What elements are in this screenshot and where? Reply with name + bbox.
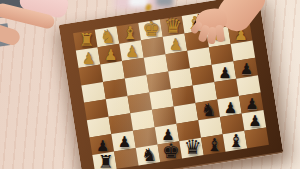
black-pawn[interactable]: ♟ <box>224 100 237 115</box>
white-pawn[interactable]: ♟ <box>126 45 139 60</box>
black-pawn[interactable]: ♟ <box>248 114 261 129</box>
black-pawn[interactable]: ♟ <box>246 97 259 112</box>
white-pawn[interactable]: ♟ <box>83 52 96 67</box>
white-rook[interactable]: ♜ <box>78 31 94 49</box>
board-square[interactable]: ♛ <box>160 16 184 37</box>
white-king[interactable]: ♚ <box>143 19 161 39</box>
black-knight[interactable]: ♞ <box>141 146 157 164</box>
background-blur <box>156 0 173 6</box>
board-square[interactable]: ♝ <box>201 134 225 155</box>
white-knight[interactable]: ♞ <box>100 28 116 46</box>
board-square[interactable] <box>244 127 268 148</box>
black-bishop[interactable]: ♝ <box>228 132 244 150</box>
black-knight[interactable]: ♞ <box>201 101 217 119</box>
board-square[interactable]: ♞ <box>136 145 160 166</box>
black-rook[interactable]: ♜ <box>98 153 114 169</box>
board-square[interactable]: ♚ <box>138 19 162 40</box>
white-pawn[interactable]: ♟ <box>104 48 117 63</box>
board-square[interactable] <box>114 148 138 169</box>
black-king[interactable]: ♚ <box>162 141 180 161</box>
white-bishop[interactable]: ♝ <box>122 24 138 42</box>
black-pawn[interactable]: ♟ <box>118 135 131 150</box>
black-pawn[interactable]: ♟ <box>218 66 231 81</box>
board-square[interactable]: ♚ <box>158 141 182 162</box>
black-bishop[interactable]: ♝ <box>206 136 222 154</box>
board-square[interactable]: ♝ <box>223 131 247 152</box>
chess-photo-scene: ♜♞♝♚♛♝♟♟♟♟♟♟♟♟♞♟♟♟♟♟♟♜♞♚♛♝♝ ♟ <box>0 0 300 169</box>
black-pawn[interactable]: ♟ <box>240 62 253 77</box>
white-queen[interactable]: ♛ <box>164 16 182 36</box>
white-pawn[interactable]: ♟ <box>169 38 182 53</box>
chess-board: ♜♞♝♚♛♝♟♟♟♟♟♟♟♟♞♟♟♟♟♟♟♜♞♚♛♝♝ <box>59 0 284 169</box>
black-queen[interactable]: ♛ <box>184 137 202 157</box>
board-square[interactable]: ♝ <box>117 23 141 44</box>
board-square[interactable]: ♞ <box>195 100 219 121</box>
board-square[interactable]: ♜ <box>73 30 97 51</box>
board-square[interactable]: ♛ <box>179 138 203 159</box>
board-square[interactable]: ♞ <box>95 26 119 47</box>
